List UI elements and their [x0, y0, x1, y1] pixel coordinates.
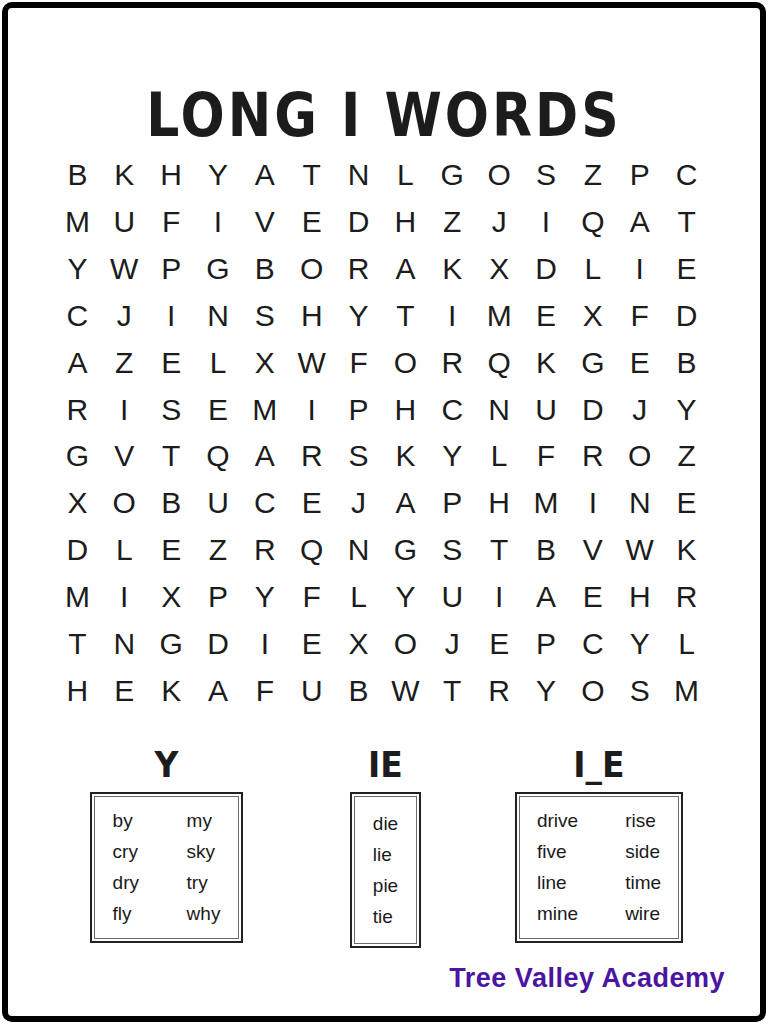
grid-cell-r7c1[interactable]: G — [54, 433, 101, 480]
grid-cell-r3c11[interactable]: D — [523, 246, 570, 293]
grid-cell-r12c12[interactable]: O — [569, 667, 616, 714]
grid-cell-r9c3[interactable]: E — [148, 527, 195, 574]
grid-cell-r9c9[interactable]: S — [429, 527, 476, 574]
grid-cell-r7c3[interactable]: T — [148, 433, 195, 480]
grid-cell-r2c7[interactable]: D — [335, 199, 382, 246]
grid-cell-r4c7[interactable]: Y — [335, 292, 382, 339]
grid-cell-r11c6[interactable]: E — [288, 620, 335, 667]
grid-cell-r1c12[interactable]: Z — [569, 152, 616, 199]
grid-cell-r1c5[interactable]: A — [241, 152, 288, 199]
word-list-items-y: bymycryskydrytryflywhy — [94, 796, 239, 939]
grid-cell-r6c3[interactable]: S — [148, 386, 195, 433]
grid-cell-r10c4[interactable]: P — [195, 573, 242, 620]
grid-cell-r8c6[interactable]: E — [288, 480, 335, 527]
word-list-section-ie: IE dieliepietie — [350, 745, 421, 948]
grid-cell-r7c6[interactable]: R — [288, 433, 335, 480]
word-list-item: wire — [625, 903, 660, 925]
grid-cell-r8c1[interactable]: X — [54, 480, 101, 527]
grid-cell-r6c13[interactable]: J — [616, 386, 663, 433]
grid-cell-r2c5[interactable]: V — [241, 199, 288, 246]
grid-cell-r5c14[interactable]: B — [663, 339, 710, 386]
grid-cell-r4c12[interactable]: X — [569, 292, 616, 339]
word-list-heading-i-e: I_E — [515, 740, 683, 792]
grid-cell-r10c1[interactable]: M — [54, 573, 101, 620]
word-list-item: die — [373, 813, 398, 835]
grid-cell-r2c2[interactable]: U — [101, 199, 148, 246]
grid-cell-r6c8[interactable]: H — [382, 386, 429, 433]
grid-cell-r11c1[interactable]: T — [54, 620, 101, 667]
grid-cell-r5c2[interactable]: Z — [101, 339, 148, 386]
word-list-item: lie — [373, 844, 392, 866]
word-list-item: side — [625, 841, 660, 863]
grid-cell-r6c7[interactable]: P — [335, 386, 382, 433]
grid-cell-r2c4[interactable]: I — [195, 199, 242, 246]
grid-cell-r3c2[interactable]: W — [101, 246, 148, 293]
word-list-item: by — [113, 810, 133, 832]
grid-cell-r8c4[interactable]: U — [195, 480, 242, 527]
grid-cell-r4c13[interactable]: F — [616, 292, 663, 339]
grid-cell-r4c9[interactable]: I — [429, 292, 476, 339]
grid-cell-r8c11[interactable]: M — [523, 480, 570, 527]
grid-cell-r8c13[interactable]: N — [616, 480, 663, 527]
grid-cell-r1c13[interactable]: P — [616, 152, 663, 199]
word-search-grid: BKHYATNLGOSZPCMUFIVEDHZJIQATYWPGBORAKXDL… — [54, 152, 710, 714]
grid-cell-r5c10[interactable]: Q — [476, 339, 523, 386]
grid-cell-r5c7[interactable]: F — [335, 339, 382, 386]
grid-cell-r7c4[interactable]: Q — [195, 433, 242, 480]
grid-cell-r11c12[interactable]: C — [569, 620, 616, 667]
grid-cell-r10c11[interactable]: A — [523, 573, 570, 620]
grid-cell-r11c9[interactable]: J — [429, 620, 476, 667]
word-list-heading-ie: IE — [350, 740, 421, 792]
word-list-item: rise — [625, 810, 656, 832]
grid-cell-r9c7[interactable]: N — [335, 527, 382, 574]
grid-cell-r6c6[interactable]: I — [288, 386, 335, 433]
grid-cell-r4c5[interactable]: S — [241, 292, 288, 339]
grid-cell-r9c11[interactable]: B — [523, 527, 570, 574]
word-list-items-i-e: driverisefivesidelinetimeminewire — [519, 796, 679, 939]
grid-cell-r7c2[interactable]: V — [101, 433, 148, 480]
grid-cell-r7c13[interactable]: O — [616, 433, 663, 480]
grid-cell-r10c12[interactable]: E — [569, 573, 616, 620]
grid-cell-r9c14[interactable]: K — [663, 527, 710, 574]
word-list-item: try — [187, 872, 208, 894]
word-list-section-i-e: I_E driverisefivesidelinetimeminewire — [515, 745, 683, 943]
grid-cell-r5c9[interactable]: R — [429, 339, 476, 386]
grid-cell-r3c3[interactable]: P — [148, 246, 195, 293]
grid-cell-r3c12[interactable]: L — [569, 246, 616, 293]
grid-cell-r2c1[interactable]: M — [54, 199, 101, 246]
grid-cell-r2c11[interactable]: I — [523, 199, 570, 246]
grid-cell-r1c11[interactable]: S — [523, 152, 570, 199]
grid-cell-r12c1[interactable]: H — [54, 667, 101, 714]
word-list-item: why — [187, 903, 221, 925]
grid-cell-r7c9[interactable]: Y — [429, 433, 476, 480]
grid-cell-r12c4[interactable]: A — [195, 667, 242, 714]
word-list-items-ie: dieliepietie — [354, 796, 417, 944]
word-list-item: my — [187, 810, 212, 832]
grid-cell-r6c12[interactable]: D — [569, 386, 616, 433]
grid-cell-r11c13[interactable]: Y — [616, 620, 663, 667]
word-list-item: fly — [113, 903, 132, 925]
grid-cell-r8c9[interactable]: P — [429, 480, 476, 527]
grid-cell-r12c7[interactable]: B — [335, 667, 382, 714]
grid-cell-r12c8[interactable]: W — [382, 667, 429, 714]
grid-cell-r10c7[interactable]: L — [335, 573, 382, 620]
grid-cell-r2c9[interactable]: Z — [429, 199, 476, 246]
grid-cell-r7c12[interactable]: R — [569, 433, 616, 480]
grid-cell-r4c3[interactable]: I — [148, 292, 195, 339]
grid-cell-r7c8[interactable]: K — [382, 433, 429, 480]
grid-cell-r11c10[interactable]: E — [476, 620, 523, 667]
grid-cell-r8c8[interactable]: A — [382, 480, 429, 527]
grid-cell-r6c10[interactable]: N — [476, 386, 523, 433]
grid-cell-r11c5[interactable]: I — [241, 620, 288, 667]
grid-cell-r3c6[interactable]: O — [288, 246, 335, 293]
grid-cell-r2c6[interactable]: E — [288, 199, 335, 246]
word-list-item: cry — [113, 841, 138, 863]
grid-cell-r12c3[interactable]: K — [148, 667, 195, 714]
grid-cell-r8c14[interactable]: E — [663, 480, 710, 527]
grid-cell-r3c14[interactable]: E — [663, 246, 710, 293]
word-list-heading-y: Y — [90, 740, 243, 792]
grid-cell-r3c5[interactable]: B — [241, 246, 288, 293]
grid-cell-r1c10[interactable]: O — [476, 152, 523, 199]
grid-cell-r5c6[interactable]: W — [288, 339, 335, 386]
grid-cell-r10c6[interactable]: F — [288, 573, 335, 620]
grid-cell-r10c8[interactable]: Y — [382, 573, 429, 620]
grid-cell-r9c5[interactable]: R — [241, 527, 288, 574]
grid-cell-r11c11[interactable]: P — [523, 620, 570, 667]
grid-cell-r5c4[interactable]: L — [195, 339, 242, 386]
grid-cell-r3c4[interactable]: G — [195, 246, 242, 293]
grid-cell-r5c11[interactable]: K — [523, 339, 570, 386]
grid-cell-r12c9[interactable]: T — [429, 667, 476, 714]
grid-cell-r3c9[interactable]: K — [429, 246, 476, 293]
grid-cell-r10c9[interactable]: U — [429, 573, 476, 620]
grid-cell-r5c3[interactable]: E — [148, 339, 195, 386]
word-list-item: line — [537, 872, 567, 894]
grid-cell-r2c3[interactable]: F — [148, 199, 195, 246]
grid-cell-r7c14[interactable]: Z — [663, 433, 710, 480]
puzzle-title: LONG I WORDS — [0, 79, 768, 150]
grid-cell-r2c8[interactable]: H — [382, 199, 429, 246]
grid-cell-r8c12[interactable]: I — [569, 480, 616, 527]
grid-cell-r12c2[interactable]: E — [101, 667, 148, 714]
grid-cell-r7c5[interactable]: A — [241, 433, 288, 480]
grid-cell-r5c12[interactable]: G — [569, 339, 616, 386]
grid-cell-r6c4[interactable]: E — [195, 386, 242, 433]
grid-cell-r12c13[interactable]: S — [616, 667, 663, 714]
grid-cell-r10c3[interactable]: X — [148, 573, 195, 620]
word-list-item: dry — [113, 872, 139, 894]
grid-cell-r1c3[interactable]: H — [148, 152, 195, 199]
grid-cell-r12c6[interactable]: U — [288, 667, 335, 714]
grid-cell-r2c14[interactable]: T — [663, 199, 710, 246]
word-list-item: five — [537, 841, 567, 863]
grid-cell-r11c7[interactable]: X — [335, 620, 382, 667]
grid-cell-r11c4[interactable]: D — [195, 620, 242, 667]
grid-cell-r7c7[interactable]: S — [335, 433, 382, 480]
grid-cell-r1c2[interactable]: K — [101, 152, 148, 199]
word-list-item: mine — [537, 903, 578, 925]
grid-cell-r5c13[interactable]: E — [616, 339, 663, 386]
grid-cell-r9c13[interactable]: W — [616, 527, 663, 574]
grid-cell-r12c5[interactable]: F — [241, 667, 288, 714]
grid-cell-r11c2[interactable]: N — [101, 620, 148, 667]
grid-cell-r5c5[interactable]: X — [241, 339, 288, 386]
grid-cell-r9c10[interactable]: T — [476, 527, 523, 574]
grid-cell-r12c10[interactable]: R — [476, 667, 523, 714]
grid-cell-r9c12[interactable]: V — [569, 527, 616, 574]
grid-cell-r8c7[interactable]: J — [335, 480, 382, 527]
grid-cell-r1c14[interactable]: C — [663, 152, 710, 199]
grid-cell-r1c9[interactable]: G — [429, 152, 476, 199]
word-list-item: sky — [187, 841, 216, 863]
word-list-section-y: Y bymycryskydrytryflywhy — [90, 745, 243, 943]
grid-cell-r4c14[interactable]: D — [663, 292, 710, 339]
grid-cell-r7c10[interactable]: L — [476, 433, 523, 480]
grid-cell-r8c5[interactable]: C — [241, 480, 288, 527]
grid-cell-r4c10[interactable]: M — [476, 292, 523, 339]
grid-cell-r6c14[interactable]: Y — [663, 386, 710, 433]
grid-cell-r9c1[interactable]: D — [54, 527, 101, 574]
grid-cell-r10c10[interactable]: I — [476, 573, 523, 620]
grid-cell-r9c4[interactable]: Z — [195, 527, 242, 574]
word-list-item: tie — [373, 906, 393, 928]
grid-cell-r10c2[interactable]: I — [101, 573, 148, 620]
grid-cell-r7c11[interactable]: F — [523, 433, 570, 480]
grid-cell-r3c7[interactable]: R — [335, 246, 382, 293]
grid-cell-r1c8[interactable]: L — [382, 152, 429, 199]
grid-cell-r12c11[interactable]: Y — [523, 667, 570, 714]
grid-cell-r1c7[interactable]: N — [335, 152, 382, 199]
grid-cell-r1c4[interactable]: Y — [195, 152, 242, 199]
word-list-box-i-e: driverisefivesidelinetimeminewire — [515, 792, 683, 943]
grid-cell-r4c4[interactable]: N — [195, 292, 242, 339]
grid-cell-r9c8[interactable]: G — [382, 527, 429, 574]
grid-cell-r11c14[interactable]: L — [663, 620, 710, 667]
grid-cell-r4c1[interactable]: C — [54, 292, 101, 339]
grid-cell-r8c10[interactable]: H — [476, 480, 523, 527]
brand-credit: Tree Valley Academy — [449, 963, 725, 994]
grid-cell-r6c2[interactable]: I — [101, 386, 148, 433]
grid-cell-r3c1[interactable]: Y — [54, 246, 101, 293]
word-list-box-y: bymycryskydrytryflywhy — [90, 792, 243, 943]
grid-cell-r6c1[interactable]: R — [54, 386, 101, 433]
grid-cell-r6c9[interactable]: C — [429, 386, 476, 433]
grid-cell-r5c1[interactable]: A — [54, 339, 101, 386]
grid-cell-r1c1[interactable]: B — [54, 152, 101, 199]
grid-cell-r11c3[interactable]: G — [148, 620, 195, 667]
grid-cell-r8c2[interactable]: O — [101, 480, 148, 527]
grid-cell-r2c13[interactable]: A — [616, 199, 663, 246]
grid-cell-r3c10[interactable]: X — [476, 246, 523, 293]
grid-cell-r2c12[interactable]: Q — [569, 199, 616, 246]
grid-cell-r10c14[interactable]: R — [663, 573, 710, 620]
grid-cell-r3c13[interactable]: I — [616, 246, 663, 293]
grid-cell-r1c6[interactable]: T — [288, 152, 335, 199]
word-list-item: time — [625, 872, 661, 894]
grid-cell-r9c2[interactable]: L — [101, 527, 148, 574]
grid-cell-r10c5[interactable]: Y — [241, 573, 288, 620]
grid-cell-r8c3[interactable]: B — [148, 480, 195, 527]
grid-cell-r12c14[interactable]: M — [663, 667, 710, 714]
word-list-item: pie — [373, 875, 398, 897]
grid-cell-r4c2[interactable]: J — [101, 292, 148, 339]
grid-cell-r4c6[interactable]: H — [288, 292, 335, 339]
grid-cell-r3c8[interactable]: A — [382, 246, 429, 293]
grid-cell-r11c8[interactable]: O — [382, 620, 429, 667]
grid-cell-r5c8[interactable]: O — [382, 339, 429, 386]
grid-cell-r4c11[interactable]: E — [523, 292, 570, 339]
word-list-box-ie: dieliepietie — [350, 792, 421, 948]
grid-cell-r9c6[interactable]: Q — [288, 527, 335, 574]
word-list-item: drive — [537, 810, 578, 832]
grid-cell-r4c8[interactable]: T — [382, 292, 429, 339]
grid-cell-r6c5[interactable]: M — [241, 386, 288, 433]
grid-cell-r10c13[interactable]: H — [616, 573, 663, 620]
grid-cell-r6c11[interactable]: U — [523, 386, 570, 433]
grid-cell-r2c10[interactable]: J — [476, 199, 523, 246]
